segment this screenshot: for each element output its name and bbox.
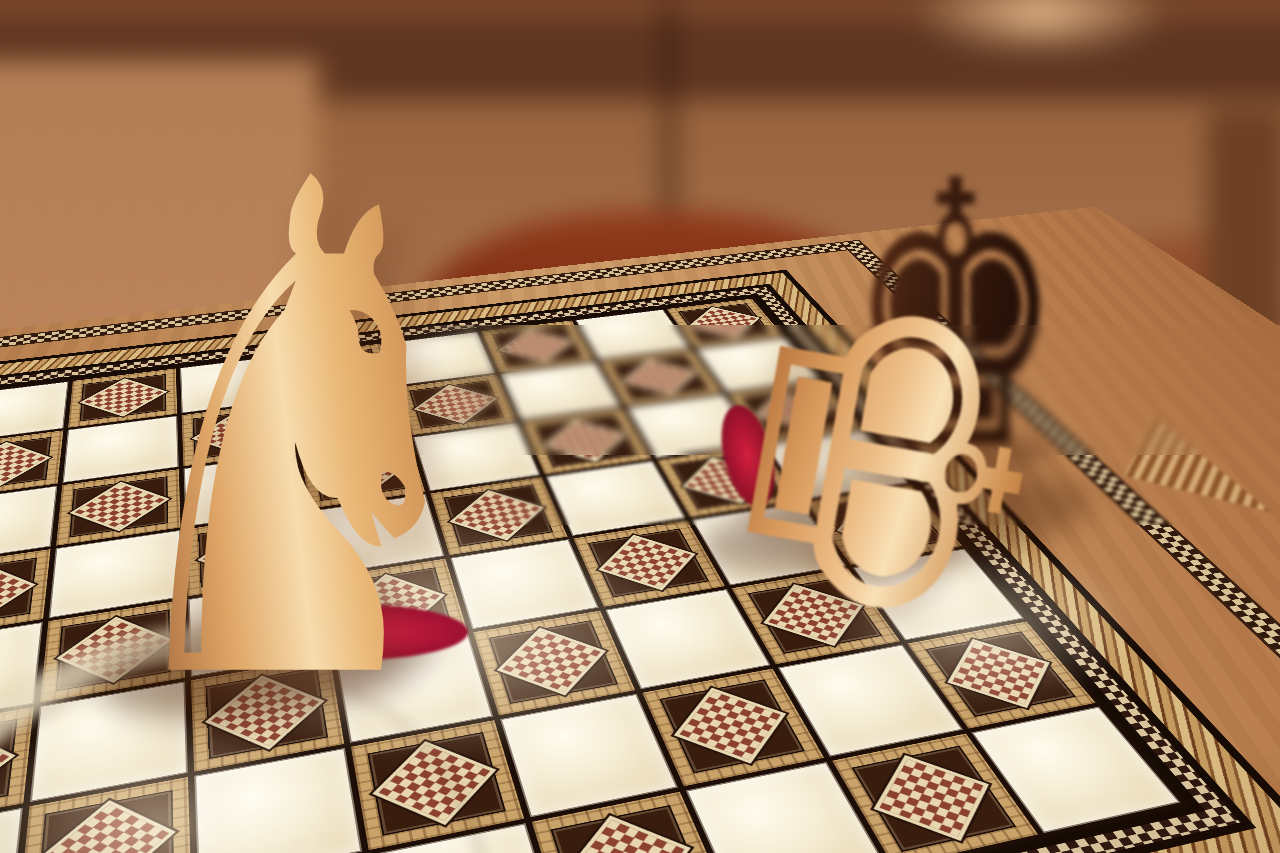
chess-photo-stage: ♚ ♚ ♞ bbox=[0, 0, 1280, 853]
